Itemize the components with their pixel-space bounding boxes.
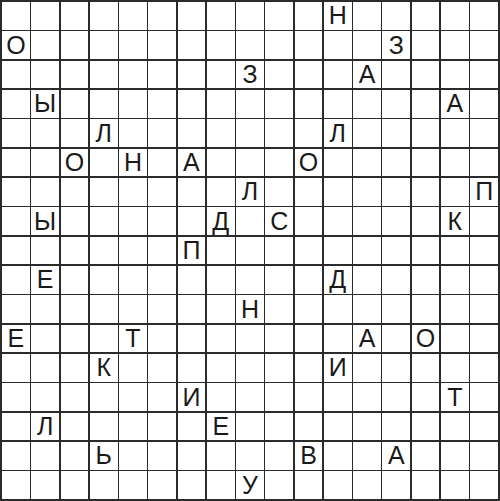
grid-cell[interactable] (148, 471, 176, 499)
grid-cell[interactable] (148, 119, 176, 147)
grid-cell[interactable] (265, 178, 293, 206)
grid-cell[interactable]: Л (236, 178, 264, 206)
grid-cell[interactable] (412, 119, 440, 147)
grid-cell[interactable] (295, 266, 323, 294)
grid-cell[interactable] (207, 471, 235, 499)
grid-cell[interactable] (412, 149, 440, 177)
grid-cell[interactable] (236, 31, 264, 59)
grid-cell[interactable] (470, 383, 498, 411)
grid-cell[interactable]: Н (236, 295, 264, 323)
grid-cell[interactable] (236, 266, 264, 294)
grid-cell[interactable] (31, 2, 59, 30)
grid-cell[interactable] (382, 471, 410, 499)
grid-cell[interactable] (412, 237, 440, 265)
grid-cell[interactable] (324, 325, 352, 353)
grid-cell[interactable] (31, 31, 59, 59)
grid-cell[interactable] (470, 471, 498, 499)
grid-cell[interactable] (382, 383, 410, 411)
grid-cell[interactable] (178, 471, 206, 499)
grid-cell[interactable] (178, 413, 206, 441)
grid-cell[interactable]: К (90, 354, 118, 382)
grid-cell[interactable] (470, 119, 498, 147)
grid-cell[interactable] (353, 178, 381, 206)
grid-cell[interactable] (31, 383, 59, 411)
grid-cell[interactable] (207, 2, 235, 30)
grid-cell[interactable] (119, 295, 147, 323)
grid-cell[interactable] (148, 207, 176, 235)
grid-cell[interactable]: О (2, 31, 30, 59)
grid-cell[interactable] (470, 237, 498, 265)
grid-cell[interactable] (412, 178, 440, 206)
grid-cell[interactable] (324, 149, 352, 177)
grid-cell[interactable] (295, 119, 323, 147)
grid-cell[interactable] (324, 207, 352, 235)
grid-cell[interactable] (178, 90, 206, 118)
grid-cell[interactable] (353, 442, 381, 470)
grid-cell[interactable] (61, 266, 89, 294)
grid-cell[interactable] (470, 354, 498, 382)
grid-cell[interactable] (61, 90, 89, 118)
grid-cell[interactable] (353, 149, 381, 177)
grid-cell[interactable] (324, 383, 352, 411)
grid-cell[interactable] (265, 90, 293, 118)
grid-cell[interactable] (207, 31, 235, 59)
grid-cell[interactable]: Ы (31, 207, 59, 235)
grid-cell[interactable] (470, 61, 498, 89)
grid-cell[interactable] (148, 2, 176, 30)
grid-cell[interactable] (31, 354, 59, 382)
grid-cell[interactable] (178, 295, 206, 323)
grid-cell[interactable] (90, 2, 118, 30)
grid-cell[interactable] (295, 90, 323, 118)
grid-cell[interactable]: И (178, 383, 206, 411)
grid-cell[interactable] (119, 442, 147, 470)
grid-cell[interactable] (441, 149, 469, 177)
grid-cell[interactable] (295, 31, 323, 59)
grid-cell[interactable]: Ы (31, 90, 59, 118)
grid-cell[interactable]: З (236, 61, 264, 89)
grid-cell[interactable] (119, 61, 147, 89)
grid-cell[interactable] (470, 295, 498, 323)
grid-cell[interactable]: Л (324, 119, 352, 147)
grid-cell[interactable] (295, 471, 323, 499)
grid-cell[interactable] (61, 119, 89, 147)
grid-cell[interactable] (412, 266, 440, 294)
grid-cell[interactable] (178, 119, 206, 147)
grid-cell[interactable] (61, 354, 89, 382)
grid-cell[interactable] (90, 61, 118, 89)
grid-cell[interactable] (119, 2, 147, 30)
grid-cell[interactable] (236, 237, 264, 265)
grid-cell[interactable] (382, 119, 410, 147)
grid-cell[interactable] (119, 31, 147, 59)
grid-cell[interactable] (119, 354, 147, 382)
grid-cell[interactable] (61, 325, 89, 353)
grid-cell[interactable] (236, 149, 264, 177)
grid-cell[interactable] (2, 237, 30, 265)
grid-cell[interactable] (2, 149, 30, 177)
grid-cell[interactable] (207, 237, 235, 265)
grid-cell[interactable] (265, 237, 293, 265)
grid-cell[interactable] (382, 354, 410, 382)
grid-cell[interactable] (31, 325, 59, 353)
grid-cell[interactable] (295, 61, 323, 89)
grid-cell[interactable] (382, 207, 410, 235)
grid-cell[interactable] (178, 207, 206, 235)
grid-cell[interactable]: С (265, 207, 293, 235)
grid-cell[interactable]: О (412, 325, 440, 353)
grid-cell[interactable] (353, 383, 381, 411)
grid-cell[interactable] (178, 325, 206, 353)
grid-cell[interactable]: У (236, 471, 264, 499)
grid-cell[interactable] (265, 354, 293, 382)
grid-cell[interactable] (2, 354, 30, 382)
grid-cell[interactable] (61, 178, 89, 206)
grid-cell[interactable] (236, 325, 264, 353)
grid-cell[interactable] (31, 149, 59, 177)
grid-cell[interactable] (90, 413, 118, 441)
grid-cell[interactable] (207, 442, 235, 470)
grid-cell[interactable] (324, 471, 352, 499)
grid-cell[interactable] (148, 61, 176, 89)
grid-cell[interactable]: Н (119, 149, 147, 177)
grid-cell[interactable] (236, 383, 264, 411)
grid-cell[interactable] (90, 178, 118, 206)
grid-cell[interactable] (2, 442, 30, 470)
grid-cell[interactable]: Л (90, 119, 118, 147)
grid-cell[interactable] (31, 61, 59, 89)
grid-cell[interactable] (61, 413, 89, 441)
grid-cell[interactable] (207, 119, 235, 147)
grid-cell[interactable]: В (295, 442, 323, 470)
grid-cell[interactable] (412, 207, 440, 235)
grid-cell[interactable] (470, 442, 498, 470)
grid-cell[interactable] (412, 354, 440, 382)
grid-cell[interactable] (441, 178, 469, 206)
grid-cell[interactable] (441, 413, 469, 441)
grid-cell[interactable] (90, 383, 118, 411)
grid-cell[interactable] (324, 413, 352, 441)
grid-cell[interactable] (441, 2, 469, 30)
grid-cell[interactable] (265, 471, 293, 499)
grid-cell[interactable] (441, 442, 469, 470)
grid-cell[interactable] (31, 119, 59, 147)
grid-cell[interactable] (324, 178, 352, 206)
grid-cell[interactable] (265, 119, 293, 147)
grid-cell[interactable] (265, 266, 293, 294)
grid-cell[interactable] (382, 90, 410, 118)
grid-cell[interactable] (236, 413, 264, 441)
grid-cell[interactable] (119, 413, 147, 441)
grid-cell[interactable] (236, 90, 264, 118)
grid-cell[interactable]: Л (31, 413, 59, 441)
grid-cell[interactable] (412, 295, 440, 323)
grid-cell[interactable] (2, 383, 30, 411)
grid-cell[interactable]: Д (207, 207, 235, 235)
puzzle-board: НОЗЗАЫАЛЛОНАОЛПЫДСКПЕДНЕТАОКИИТЛЕЬВАУ (0, 0, 500, 501)
grid-cell[interactable] (178, 2, 206, 30)
grid-cell[interactable]: А (178, 149, 206, 177)
grid-cell[interactable] (324, 237, 352, 265)
grid-cell[interactable] (412, 442, 440, 470)
grid-cell[interactable] (382, 295, 410, 323)
grid-cell[interactable] (441, 295, 469, 323)
grid-cell[interactable] (148, 90, 176, 118)
grid-cell[interactable] (295, 325, 323, 353)
grid-cell[interactable] (119, 237, 147, 265)
grid-cell[interactable] (353, 119, 381, 147)
grid-cell[interactable] (178, 31, 206, 59)
grid-cell[interactable] (61, 2, 89, 30)
grid-cell[interactable] (382, 413, 410, 441)
grid-cell[interactable] (178, 178, 206, 206)
grid-cell[interactable] (412, 90, 440, 118)
grid-cell[interactable] (119, 471, 147, 499)
grid-cell[interactable]: П (178, 237, 206, 265)
grid-cell[interactable] (236, 119, 264, 147)
grid-cell[interactable] (61, 295, 89, 323)
grid-cell[interactable] (90, 149, 118, 177)
grid-cell[interactable] (2, 119, 30, 147)
grid-cell[interactable] (265, 383, 293, 411)
grid-cell[interactable] (90, 90, 118, 118)
grid-cell[interactable] (265, 325, 293, 353)
grid-cell[interactable] (61, 207, 89, 235)
grid-cell[interactable] (265, 61, 293, 89)
grid-cell[interactable] (61, 237, 89, 265)
grid-cell[interactable]: И (324, 354, 352, 382)
grid-cell[interactable] (265, 31, 293, 59)
grid-cell[interactable] (441, 119, 469, 147)
grid-cell[interactable] (90, 295, 118, 323)
grid-cell[interactable] (148, 442, 176, 470)
grid-cell[interactable] (207, 295, 235, 323)
grid-cell[interactable] (441, 266, 469, 294)
grid-cell[interactable] (148, 237, 176, 265)
grid-cell[interactable] (61, 61, 89, 89)
grid-cell[interactable] (236, 442, 264, 470)
grid-cell[interactable] (295, 178, 323, 206)
grid-cell[interactable] (207, 325, 235, 353)
grid-cell[interactable] (412, 31, 440, 59)
grid-cell[interactable] (2, 471, 30, 499)
grid-cell[interactable]: Н (324, 2, 352, 30)
grid-cell[interactable] (412, 383, 440, 411)
grid-cell[interactable] (236, 2, 264, 30)
grid-cell[interactable] (265, 295, 293, 323)
grid-cell[interactable] (207, 149, 235, 177)
grid-cell[interactable] (412, 413, 440, 441)
grid-cell[interactable] (353, 266, 381, 294)
grid-cell[interactable] (31, 442, 59, 470)
grid-cell[interactable] (295, 2, 323, 30)
grid-cell[interactable] (353, 31, 381, 59)
grid-cell[interactable] (353, 295, 381, 323)
grid-cell[interactable]: Ь (90, 442, 118, 470)
grid-cell[interactable] (90, 207, 118, 235)
grid-cell[interactable] (119, 119, 147, 147)
grid-cell[interactable] (148, 266, 176, 294)
grid-cell[interactable] (382, 237, 410, 265)
grid-cell[interactable] (119, 383, 147, 411)
grid-cell[interactable] (90, 325, 118, 353)
grid-cell[interactable] (148, 383, 176, 411)
grid-cell[interactable] (148, 413, 176, 441)
grid-cell[interactable] (382, 149, 410, 177)
grid-cell[interactable] (148, 149, 176, 177)
grid-cell[interactable] (353, 90, 381, 118)
grid-cell[interactable] (441, 354, 469, 382)
grid-cell[interactable] (412, 2, 440, 30)
grid-cell[interactable]: П (470, 178, 498, 206)
grid-cell[interactable]: К (441, 207, 469, 235)
grid-cell[interactable] (353, 471, 381, 499)
grid-cell[interactable] (441, 471, 469, 499)
grid-cell[interactable] (2, 207, 30, 235)
grid-cell[interactable] (61, 442, 89, 470)
grid-cell[interactable] (382, 178, 410, 206)
grid-cell[interactable]: Е (31, 266, 59, 294)
grid-cell[interactable]: Т (119, 325, 147, 353)
grid-cell[interactable] (265, 413, 293, 441)
grid-cell[interactable] (2, 90, 30, 118)
grid-cell[interactable] (178, 61, 206, 89)
grid-cell[interactable] (470, 266, 498, 294)
grid-cell[interactable]: Д (324, 266, 352, 294)
grid-cell[interactable] (148, 295, 176, 323)
grid-cell[interactable] (353, 2, 381, 30)
grid-cell[interactable] (353, 237, 381, 265)
grid-cell[interactable]: З (382, 31, 410, 59)
grid-cell[interactable] (236, 354, 264, 382)
grid-cell[interactable] (90, 471, 118, 499)
grid-cell[interactable] (178, 266, 206, 294)
grid-cell[interactable] (470, 90, 498, 118)
grid-cell[interactable]: А (441, 90, 469, 118)
grid-cell[interactable] (148, 354, 176, 382)
grid-cell[interactable] (207, 178, 235, 206)
grid-cell[interactable] (324, 31, 352, 59)
grid-cell[interactable] (295, 295, 323, 323)
grid-cell[interactable] (353, 207, 381, 235)
grid-cell[interactable] (441, 61, 469, 89)
grid-cell[interactable] (148, 31, 176, 59)
grid-cell[interactable] (382, 266, 410, 294)
grid-cell[interactable] (412, 61, 440, 89)
grid-cell[interactable] (119, 178, 147, 206)
grid-cell[interactable] (382, 61, 410, 89)
grid-cell[interactable] (207, 266, 235, 294)
grid-cell[interactable] (324, 90, 352, 118)
grid-cell[interactable] (61, 383, 89, 411)
grid-cell[interactable] (353, 354, 381, 382)
grid-cell[interactable] (31, 178, 59, 206)
grid-cell[interactable] (61, 471, 89, 499)
grid-cell[interactable] (90, 31, 118, 59)
grid-cell[interactable] (412, 471, 440, 499)
grid-cell[interactable] (441, 237, 469, 265)
grid-cell[interactable] (441, 325, 469, 353)
grid-cell[interactable] (295, 237, 323, 265)
grid-cell[interactable] (236, 207, 264, 235)
grid-cell[interactable] (61, 31, 89, 59)
grid-cell[interactable] (2, 178, 30, 206)
grid-cell[interactable] (470, 207, 498, 235)
grid-cell[interactable] (207, 383, 235, 411)
grid-cell[interactable] (2, 295, 30, 323)
grid-cell[interactable] (178, 354, 206, 382)
grid-cell[interactable] (207, 61, 235, 89)
grid-cell[interactable] (119, 266, 147, 294)
grid-cell[interactable] (2, 413, 30, 441)
grid-cell[interactable] (207, 354, 235, 382)
grid-cell[interactable]: А (382, 442, 410, 470)
grid-cell[interactable] (31, 295, 59, 323)
grid-cell[interactable]: Е (207, 413, 235, 441)
grid-cell[interactable] (353, 413, 381, 441)
grid-cell[interactable] (324, 61, 352, 89)
grid-cell[interactable]: О (295, 149, 323, 177)
grid-cell[interactable] (178, 442, 206, 470)
grid-cell[interactable]: О (61, 149, 89, 177)
grid-cell[interactable] (295, 383, 323, 411)
grid-cell[interactable] (119, 207, 147, 235)
grid-cell[interactable] (90, 237, 118, 265)
grid-cell[interactable] (382, 325, 410, 353)
grid-cell[interactable] (295, 413, 323, 441)
grid-cell[interactable] (265, 442, 293, 470)
grid-cell[interactable] (265, 2, 293, 30)
grid-cell[interactable] (470, 413, 498, 441)
grid-cell[interactable] (470, 31, 498, 59)
grid-cell[interactable] (31, 237, 59, 265)
grid-cell[interactable] (148, 178, 176, 206)
grid-cell[interactable] (470, 325, 498, 353)
grid-cell[interactable] (265, 149, 293, 177)
grid-cell[interactable] (90, 266, 118, 294)
grid-cell[interactable] (324, 442, 352, 470)
grid-cell[interactable] (2, 2, 30, 30)
grid-cell[interactable]: Т (441, 383, 469, 411)
grid-cell[interactable] (382, 2, 410, 30)
grid-cell[interactable] (295, 207, 323, 235)
grid-cell[interactable] (470, 149, 498, 177)
grid-cell[interactable]: А (353, 61, 381, 89)
grid-cell[interactable] (207, 90, 235, 118)
grid-cell[interactable] (324, 295, 352, 323)
grid-cell[interactable] (2, 61, 30, 89)
grid-cell[interactable] (2, 266, 30, 294)
grid-cell[interactable] (31, 471, 59, 499)
grid-cell[interactable]: А (353, 325, 381, 353)
grid-cell[interactable]: Е (2, 325, 30, 353)
grid-cell[interactable] (441, 31, 469, 59)
grid-cell[interactable] (295, 354, 323, 382)
grid-cell[interactable] (119, 90, 147, 118)
grid-cell[interactable] (148, 325, 176, 353)
grid-cell[interactable] (470, 2, 498, 30)
